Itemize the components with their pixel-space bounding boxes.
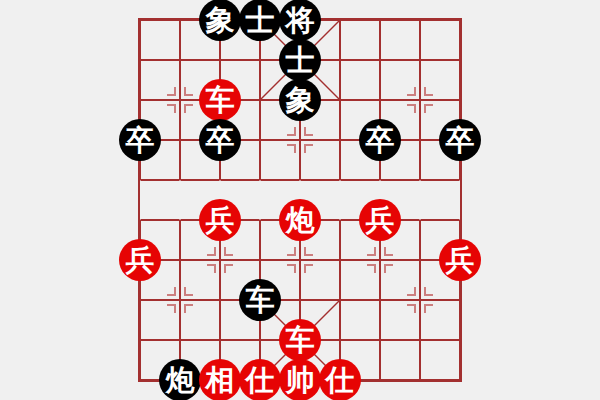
- piece-red-soldier[interactable]: 兵: [439, 239, 481, 281]
- piece-red-chariot[interactable]: 车: [199, 79, 241, 121]
- star-point-mark: [367, 247, 376, 256]
- star-point-mark: [304, 247, 313, 256]
- piece-red-advisor[interactable]: 仕: [319, 359, 361, 400]
- piece-red-cannon[interactable]: 炮: [279, 199, 321, 241]
- star-point-mark: [287, 127, 296, 136]
- star-point-mark: [224, 264, 233, 273]
- piece-red-soldier[interactable]: 兵: [119, 239, 161, 281]
- board-cell: [340, 60, 380, 100]
- piece-red-chariot[interactable]: 车: [279, 319, 321, 361]
- board-cell: [420, 180, 460, 220]
- star-point-mark: [184, 287, 193, 296]
- piece-black-chariot[interactable]: 车: [239, 279, 281, 321]
- star-point-mark: [287, 264, 296, 273]
- star-point-mark: [167, 287, 176, 296]
- piece-black-soldier[interactable]: 卒: [439, 119, 481, 161]
- star-point-mark: [184, 104, 193, 113]
- star-point-mark: [407, 87, 416, 96]
- star-point-mark: [207, 264, 216, 273]
- star-point-mark: [424, 304, 433, 313]
- xiangqi-app: 象士将士车象卒卒卒卒兵炮兵兵兵车车炮相仕帅仕: [0, 0, 600, 400]
- piece-black-advisor[interactable]: 士: [239, 0, 281, 41]
- board-cell: [140, 180, 180, 220]
- star-point-mark: [167, 304, 176, 313]
- star-point-mark: [304, 264, 313, 273]
- piece-red-soldier[interactable]: 兵: [359, 199, 401, 241]
- star-point-mark: [407, 287, 416, 296]
- star-point-mark: [407, 304, 416, 313]
- star-point-mark: [287, 247, 296, 256]
- star-point-mark: [304, 144, 313, 153]
- board-cell: [340, 20, 380, 60]
- piece-red-elephant[interactable]: 相: [199, 359, 241, 400]
- star-point-mark: [424, 287, 433, 296]
- board-cell: [380, 20, 420, 60]
- star-point-mark: [184, 87, 193, 96]
- piece-red-general[interactable]: 帅: [279, 359, 321, 400]
- star-point-mark: [287, 144, 296, 153]
- piece-red-soldier[interactable]: 兵: [199, 199, 241, 241]
- star-point-mark: [424, 104, 433, 113]
- piece-black-advisor[interactable]: 士: [279, 39, 321, 81]
- board-cell: [420, 340, 460, 380]
- star-point-mark: [304, 127, 313, 136]
- piece-black-elephant[interactable]: 象: [199, 0, 241, 41]
- star-point-mark: [407, 104, 416, 113]
- piece-black-cannon[interactable]: 炮: [159, 359, 201, 400]
- board-cell: [340, 300, 380, 340]
- star-point-mark: [167, 104, 176, 113]
- piece-black-elephant[interactable]: 象: [279, 79, 321, 121]
- star-point-mark: [184, 304, 193, 313]
- star-point-mark: [367, 264, 376, 273]
- star-point-mark: [167, 87, 176, 96]
- piece-black-soldier[interactable]: 卒: [199, 119, 241, 161]
- piece-black-general[interactable]: 将: [279, 0, 321, 41]
- star-point-mark: [224, 247, 233, 256]
- piece-black-soldier[interactable]: 卒: [359, 119, 401, 161]
- star-point-mark: [384, 247, 393, 256]
- board-cell: [380, 340, 420, 380]
- board-cell: [420, 20, 460, 60]
- star-point-mark: [424, 87, 433, 96]
- board-cell: [140, 20, 180, 60]
- piece-black-soldier[interactable]: 卒: [119, 119, 161, 161]
- star-point-mark: [207, 247, 216, 256]
- star-point-mark: [384, 264, 393, 273]
- piece-red-advisor[interactable]: 仕: [239, 359, 281, 400]
